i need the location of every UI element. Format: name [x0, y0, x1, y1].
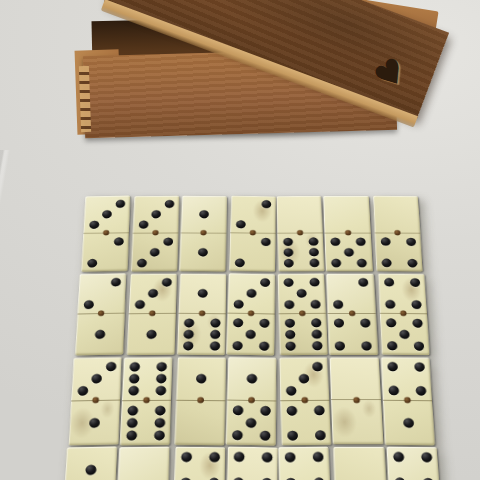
pip — [183, 329, 193, 338]
domino-half-bottom — [177, 314, 226, 355]
spinner-pin — [353, 397, 360, 403]
pip — [111, 278, 121, 287]
pip — [183, 318, 193, 327]
pip — [334, 318, 344, 327]
domino-half-bottom — [383, 400, 435, 445]
spinner-pin — [248, 310, 254, 316]
pip — [357, 259, 367, 267]
domino-half-bottom — [229, 233, 276, 272]
pip — [85, 465, 96, 475]
pip — [361, 341, 372, 350]
pip — [232, 318, 242, 327]
pip — [235, 220, 245, 228]
cloth-fold — [0, 150, 70, 480]
pip — [313, 452, 324, 462]
domino-half-top — [373, 196, 420, 234]
pip — [311, 318, 321, 327]
pip — [129, 374, 140, 383]
pip — [381, 258, 391, 267]
domino-half-top — [77, 273, 126, 314]
domino-half-top — [176, 357, 226, 401]
domino-half-bottom — [127, 314, 176, 355]
pip — [330, 237, 340, 245]
pip — [233, 299, 243, 308]
pip — [83, 300, 93, 309]
pip — [284, 318, 294, 327]
domino-half-top — [227, 273, 275, 314]
pip — [259, 318, 269, 327]
domino-half-top — [129, 273, 178, 313]
pip — [127, 417, 138, 427]
pip — [247, 373, 257, 383]
spinner-pin — [98, 310, 105, 316]
pip — [157, 362, 168, 371]
pip — [383, 278, 393, 287]
pip — [147, 329, 157, 338]
pip — [311, 329, 321, 338]
domino-half-top — [117, 447, 170, 480]
domino-tile-3-1[interactable] — [69, 357, 123, 445]
pip — [283, 278, 293, 287]
domino-tile-4-x[interactable] — [225, 447, 278, 480]
domino-tile-3-5[interactable] — [226, 273, 275, 355]
pip — [414, 362, 425, 371]
domino-tile-3-3[interactable] — [131, 196, 180, 271]
domino-tile-0-4[interactable] — [373, 196, 423, 272]
pip — [95, 329, 106, 338]
pip — [409, 278, 419, 287]
pip — [309, 248, 319, 256]
pip — [315, 430, 326, 440]
pip — [155, 417, 166, 427]
pip — [261, 452, 272, 462]
spinner-pin — [404, 397, 411, 403]
domino-half-top — [180, 196, 226, 234]
domino-half-bottom — [131, 233, 179, 271]
pip — [308, 237, 318, 245]
pip — [260, 278, 270, 287]
pip — [309, 258, 319, 267]
pip — [283, 259, 293, 268]
pip — [234, 258, 244, 267]
pip — [411, 300, 421, 309]
pip — [87, 259, 97, 268]
domino-tile-4-x[interactable] — [278, 447, 333, 480]
domino-half-bottom — [328, 314, 378, 355]
pip — [233, 452, 244, 462]
pip — [399, 329, 410, 338]
domino-board — [60, 196, 444, 480]
spinner-pin — [299, 310, 306, 316]
pip — [162, 278, 172, 287]
pip — [333, 300, 343, 309]
domino-half-top — [133, 196, 180, 234]
domino-tile-0-6[interactable] — [276, 196, 324, 272]
pip — [380, 237, 390, 245]
pip — [210, 318, 220, 327]
domino-half-bottom — [226, 313, 275, 355]
pip — [232, 341, 242, 350]
spinner-pin — [197, 397, 204, 403]
photo-scene: { "game": "dominoes", "scene": "Antique … — [0, 0, 480, 480]
domino-tile-1-x[interactable] — [61, 447, 117, 480]
heart-thumb-hole-icon: ♥ — [368, 51, 412, 96]
pip — [199, 210, 209, 218]
pip — [386, 341, 397, 350]
domino-tile-0-x[interactable] — [115, 447, 170, 480]
domino-tile-5-6[interactable] — [278, 273, 328, 355]
pip — [165, 200, 175, 208]
domino-half-bottom — [226, 400, 277, 445]
domino-half-top — [278, 447, 330, 480]
pip — [129, 362, 140, 371]
domino-half-bottom — [332, 400, 384, 444]
pip — [310, 300, 320, 309]
spinner-pin — [400, 311, 407, 317]
pip — [77, 385, 88, 395]
pip — [114, 237, 124, 245]
pip — [156, 385, 167, 395]
pip — [91, 373, 102, 383]
domino-half-top — [327, 274, 376, 314]
spinner-pin — [199, 311, 206, 317]
pip — [413, 341, 424, 350]
pip — [314, 405, 325, 415]
pip — [335, 341, 345, 350]
domino-half-bottom — [374, 233, 422, 271]
pip — [246, 329, 256, 338]
domino-tile-1-5[interactable] — [226, 357, 277, 445]
pip — [246, 417, 257, 427]
domino-tile-3-4[interactable] — [279, 357, 331, 445]
domino-half-top — [83, 196, 130, 234]
pip — [152, 210, 162, 218]
spinner-pin — [345, 230, 351, 235]
pip — [137, 259, 147, 267]
pip — [259, 430, 270, 440]
domino-half-bottom — [81, 233, 129, 272]
domino-half-top — [122, 357, 172, 401]
domino-tile-0-0[interactable] — [330, 357, 383, 444]
pip — [421, 452, 432, 462]
spinner-pin — [92, 397, 99, 403]
domino-tile-4-x[interactable] — [171, 447, 225, 480]
pip — [283, 248, 293, 256]
pip — [208, 452, 219, 462]
pip — [261, 200, 271, 208]
pip — [163, 237, 173, 245]
domino-half-top — [276, 196, 323, 234]
domino-tile-4-1[interactable] — [381, 357, 435, 445]
pip — [286, 405, 297, 415]
pip — [385, 318, 395, 327]
domino-tile-6-6[interactable] — [120, 357, 173, 445]
pip — [406, 238, 416, 246]
pip — [115, 200, 125, 208]
pip — [106, 361, 117, 370]
pip — [358, 278, 368, 287]
domino-tile-0-x[interactable] — [334, 447, 390, 480]
pip — [309, 278, 319, 287]
domino-tile-1-1[interactable] — [179, 196, 227, 271]
domino-tile-2-2[interactable] — [229, 196, 276, 272]
pip — [89, 417, 100, 427]
pip — [232, 405, 243, 415]
pip — [297, 289, 307, 298]
spinner-pin — [348, 311, 355, 317]
pip — [209, 330, 219, 339]
domino-tile-2-4[interactable] — [327, 274, 378, 355]
pip — [209, 341, 219, 350]
pip — [259, 341, 269, 350]
pip — [356, 237, 366, 245]
domino-half-top — [378, 273, 427, 314]
pip — [299, 373, 310, 382]
pip — [286, 385, 297, 395]
domino-half-bottom — [120, 400, 171, 444]
pip — [285, 341, 295, 350]
spinner-pin — [200, 230, 206, 235]
domino-half-top — [334, 447, 387, 480]
spinner-pin — [394, 230, 400, 235]
pip — [126, 430, 137, 440]
domino-half-bottom — [280, 400, 331, 445]
domino-half-bottom — [174, 400, 225, 444]
domino-half-bottom — [279, 313, 328, 354]
pip — [231, 429, 242, 439]
pip — [197, 289, 207, 298]
pip — [180, 452, 191, 462]
domino-half-top — [227, 357, 277, 401]
domino-tile-4-x[interactable] — [386, 447, 443, 480]
pip — [412, 318, 423, 327]
spinner-pin — [250, 230, 256, 235]
pip — [392, 452, 403, 462]
pip — [387, 361, 398, 370]
domino-half-bottom — [380, 313, 430, 354]
domino-half-bottom — [75, 313, 125, 355]
pip — [182, 341, 192, 350]
domino-half-top — [279, 357, 329, 401]
domino-tile-3-1[interactable] — [127, 273, 177, 354]
domino-half-top — [173, 447, 225, 480]
domino-half-top — [230, 196, 276, 234]
domino-tile-0-5[interactable] — [324, 196, 373, 271]
pip — [198, 248, 208, 256]
domino-half-top — [71, 357, 122, 401]
pip — [360, 318, 370, 327]
pip — [150, 248, 160, 256]
domino-tile-1-0[interactable] — [174, 357, 226, 445]
domino-half-bottom — [69, 400, 121, 445]
pip — [287, 430, 298, 440]
pip — [285, 330, 295, 339]
pip — [155, 405, 166, 415]
domino-half-top — [386, 447, 439, 480]
pip — [102, 210, 112, 218]
pip — [384, 300, 394, 309]
domino-half-bottom — [277, 233, 324, 271]
domino-tile-4-5[interactable] — [378, 273, 430, 355]
domino-half-top — [278, 273, 326, 314]
domino-half-top — [330, 357, 381, 400]
pip — [138, 220, 148, 228]
spinner-pin — [302, 397, 309, 403]
pip — [196, 373, 207, 382]
pip — [312, 361, 323, 370]
pip — [148, 289, 158, 298]
domino-tile-1-6[interactable] — [177, 273, 227, 354]
domino-half-top — [381, 357, 432, 401]
pip — [260, 405, 271, 415]
pip — [128, 385, 139, 395]
pip — [246, 289, 256, 298]
pip — [135, 300, 145, 309]
pip — [156, 373, 167, 382]
spinner-pin — [248, 397, 255, 403]
pip — [407, 259, 417, 268]
domino-half-bottom — [179, 233, 226, 271]
domino-tile-3-2[interactable] — [81, 196, 130, 272]
pip — [403, 417, 414, 427]
pip — [415, 385, 426, 395]
pip — [331, 259, 341, 267]
pip — [261, 238, 271, 246]
pip — [283, 238, 293, 246]
pip — [89, 220, 99, 228]
domino-half-bottom — [325, 233, 373, 271]
domino-half-top — [324, 196, 371, 233]
pip — [312, 341, 322, 350]
domino-half-top — [178, 273, 226, 313]
domino-half-top — [64, 447, 117, 480]
pip — [284, 300, 294, 309]
domino-tile-2-1[interactable] — [75, 273, 126, 355]
pip — [154, 430, 165, 440]
pip — [127, 405, 138, 415]
pip — [344, 248, 354, 256]
domino-half-top — [226, 447, 278, 480]
pip — [388, 385, 399, 395]
spinner-pin — [143, 397, 150, 403]
pip — [284, 452, 295, 462]
